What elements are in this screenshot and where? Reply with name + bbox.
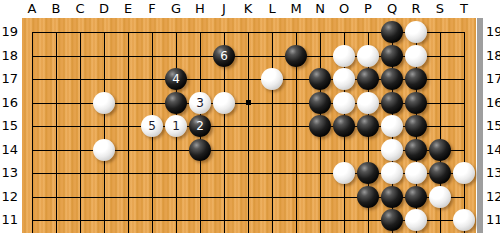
stone-white-R18[interactable]	[405, 45, 427, 67]
grid-line-vertical	[56, 32, 57, 233]
column-label-F: F	[140, 1, 164, 17]
stone-black-Q16[interactable]	[381, 92, 403, 114]
row-label-left-16: 16	[0, 94, 18, 112]
row-label-right-17: 17	[486, 70, 500, 88]
row-label-right-11: 11	[486, 211, 500, 229]
stone-black-H14[interactable]	[189, 139, 211, 161]
stone-black-N17[interactable]	[309, 68, 331, 90]
stone-white-R11[interactable]	[405, 209, 427, 231]
row-label-left-15: 15	[0, 117, 18, 135]
column-label-J: J	[212, 1, 236, 17]
column-label-B: B	[44, 1, 68, 17]
column-label-R: R	[404, 1, 428, 17]
column-label-S: S	[428, 1, 452, 17]
column-label-L: L	[260, 1, 284, 17]
stone-black-N16[interactable]	[309, 92, 331, 114]
stone-white-Q14[interactable]	[381, 139, 403, 161]
stone-black-S13[interactable]	[429, 162, 451, 184]
stone-white-O13[interactable]	[333, 162, 355, 184]
stone-black-G17[interactable]: 4	[165, 68, 187, 90]
column-label-P: P	[356, 1, 380, 17]
stone-black-G16[interactable]	[165, 92, 187, 114]
column-label-O: O	[332, 1, 356, 17]
stone-white-Q15[interactable]	[381, 115, 403, 137]
row-label-right-12: 12	[486, 188, 500, 206]
star-point	[246, 100, 251, 105]
grid-line-vertical	[32, 32, 33, 233]
column-label-A: A	[20, 1, 44, 17]
stone-black-Q18[interactable]	[381, 45, 403, 67]
grid-line-vertical	[248, 32, 249, 233]
stone-white-J16[interactable]	[213, 92, 235, 114]
stone-white-P18[interactable]	[357, 45, 379, 67]
stone-black-R16[interactable]	[405, 92, 427, 114]
stone-black-R14[interactable]	[405, 139, 427, 161]
column-label-T: T	[452, 1, 476, 17]
column-label-Q: Q	[380, 1, 404, 17]
stone-black-R15[interactable]	[405, 115, 427, 137]
grid-line-vertical	[464, 32, 465, 233]
stone-white-L17[interactable]	[261, 68, 283, 90]
row-label-left-11: 11	[0, 211, 18, 229]
stone-white-O16[interactable]	[333, 92, 355, 114]
stone-black-Q17[interactable]	[381, 68, 403, 90]
stone-black-R12[interactable]	[405, 186, 427, 208]
row-label-left-17: 17	[0, 70, 18, 88]
stone-black-Q11[interactable]	[381, 209, 403, 231]
stone-white-O18[interactable]	[333, 45, 355, 67]
stone-black-H15[interactable]: 2	[189, 115, 211, 137]
stone-white-G15[interactable]: 1	[165, 115, 187, 137]
grid-line-vertical	[104, 32, 105, 233]
stone-white-T13[interactable]	[453, 162, 475, 184]
column-label-G: G	[164, 1, 188, 17]
stone-white-Q13[interactable]	[381, 162, 403, 184]
column-label-E: E	[116, 1, 140, 17]
column-label-C: C	[68, 1, 92, 17]
row-label-right-18: 18	[486, 47, 500, 65]
stone-black-Q12[interactable]	[381, 186, 403, 208]
stone-black-P12[interactable]	[357, 186, 379, 208]
column-label-H: H	[188, 1, 212, 17]
stone-black-J18[interactable]: 6	[213, 45, 235, 67]
stone-black-S14[interactable]	[429, 139, 451, 161]
stone-white-P16[interactable]	[357, 92, 379, 114]
stone-white-R19[interactable]	[405, 21, 427, 43]
grid-line-vertical	[80, 32, 81, 233]
stone-white-F15[interactable]: 5	[141, 115, 163, 137]
row-label-right-15: 15	[486, 117, 500, 135]
stone-black-P15[interactable]	[357, 115, 379, 137]
row-label-left-18: 18	[0, 47, 18, 65]
stone-white-T11[interactable]	[453, 209, 475, 231]
column-label-M: M	[284, 1, 308, 17]
grid-line-vertical	[272, 32, 273, 233]
row-label-right-13: 13	[486, 164, 500, 182]
column-label-D: D	[92, 1, 116, 17]
stone-black-N15[interactable]	[309, 115, 331, 137]
stone-black-M18[interactable]	[285, 45, 307, 67]
column-label-N: N	[308, 1, 332, 17]
stone-black-Q19[interactable]	[381, 21, 403, 43]
row-label-left-12: 12	[0, 188, 18, 206]
grid-line-vertical	[128, 32, 129, 233]
row-label-right-16: 16	[486, 94, 500, 112]
go-app-window: 642351 ABCDEFGHJKLMNOPQRST19191818171716…	[0, 0, 500, 233]
stone-white-D14[interactable]	[93, 139, 115, 161]
stone-black-O15[interactable]	[333, 115, 355, 137]
stone-white-O17[interactable]	[333, 68, 355, 90]
stone-white-R13[interactable]	[405, 162, 427, 184]
row-label-right-14: 14	[486, 141, 500, 159]
row-label-left-19: 19	[0, 23, 18, 41]
stone-black-P17[interactable]	[357, 68, 379, 90]
stone-black-R17[interactable]	[405, 68, 427, 90]
stone-white-D16[interactable]	[93, 92, 115, 114]
stone-white-H16[interactable]: 3	[189, 92, 211, 114]
stone-black-P13[interactable]	[357, 162, 379, 184]
row-label-left-14: 14	[0, 141, 18, 159]
row-label-right-19: 19	[486, 23, 500, 41]
scrollbar[interactable]	[477, 18, 483, 233]
stone-white-S12[interactable]	[429, 186, 451, 208]
row-label-left-13: 13	[0, 164, 18, 182]
column-label-K: K	[236, 1, 260, 17]
go-board[interactable]: 642351	[22, 18, 476, 233]
